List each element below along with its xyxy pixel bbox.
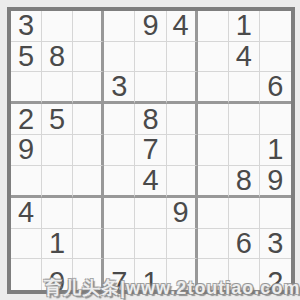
cell-r7c8[interactable] xyxy=(229,198,260,229)
cell-r8c2[interactable]: 1 xyxy=(42,229,73,260)
given-digit: 3 xyxy=(18,11,34,40)
given-digit: 4 xyxy=(142,166,158,195)
sudoku-board: 394158436258971489491639712 xyxy=(7,7,295,294)
given-digit: 3 xyxy=(267,229,283,258)
cell-r3c9[interactable]: 6 xyxy=(260,72,291,104)
cell-r8c4[interactable] xyxy=(104,229,135,260)
cell-r5c8[interactable] xyxy=(229,135,260,166)
cell-r5c1[interactable]: 9 xyxy=(11,135,42,166)
given-digit: 5 xyxy=(18,42,34,71)
cell-r7c3[interactable] xyxy=(73,198,104,229)
cell-r2c2[interactable]: 8 xyxy=(42,42,73,73)
given-digit: 4 xyxy=(18,198,34,227)
given-digit: 8 xyxy=(236,166,252,195)
cell-r4c1[interactable]: 2 xyxy=(11,104,42,135)
given-digit: 5 xyxy=(49,105,65,134)
given-digit: 8 xyxy=(49,42,65,71)
given-digit: 4 xyxy=(236,42,252,71)
cell-r8c1[interactable] xyxy=(11,229,42,260)
cell-r5c3[interactable] xyxy=(73,135,104,166)
cell-r3c5[interactable] xyxy=(135,72,166,104)
cell-r1c1[interactable]: 3 xyxy=(11,11,42,42)
given-digit: 2 xyxy=(18,105,34,134)
cell-r7c4[interactable] xyxy=(104,198,135,229)
cell-r7c1[interactable]: 4 xyxy=(11,198,42,229)
cell-r8c8[interactable]: 6 xyxy=(229,229,260,260)
cell-r2c8[interactable]: 4 xyxy=(229,42,260,73)
cell-r5c2[interactable] xyxy=(42,135,73,166)
cell-r3c8[interactable] xyxy=(229,72,260,104)
cell-r4c4[interactable] xyxy=(104,104,135,135)
cell-r3c1[interactable] xyxy=(11,72,42,104)
cell-r1c3[interactable] xyxy=(73,11,104,42)
given-digit: 9 xyxy=(173,198,189,227)
cell-r8c6[interactable] xyxy=(167,229,198,260)
cell-r2c1[interactable]: 5 xyxy=(11,42,42,73)
cell-r1c4[interactable] xyxy=(104,11,135,42)
cell-r8c5[interactable] xyxy=(135,229,166,260)
cell-r4c6[interactable] xyxy=(167,104,198,135)
given-digit: 9 xyxy=(142,11,158,40)
cell-r7c2[interactable] xyxy=(42,198,73,229)
cell-r3c6[interactable] xyxy=(167,72,198,104)
given-digit: 7 xyxy=(142,135,158,164)
cell-r4c3[interactable] xyxy=(73,104,104,135)
cell-r8c3[interactable] xyxy=(73,229,104,260)
given-digit: 1 xyxy=(236,11,252,40)
cell-r1c9[interactable] xyxy=(260,11,291,42)
cell-r3c2[interactable] xyxy=(42,72,73,104)
given-digit: 3 xyxy=(111,72,127,101)
cell-r3c3[interactable] xyxy=(73,72,104,104)
cell-r4c8[interactable] xyxy=(229,104,260,135)
given-digit: 1 xyxy=(49,229,65,258)
cell-r8c9[interactable]: 3 xyxy=(260,229,291,260)
cell-r4c2[interactable]: 5 xyxy=(42,104,73,135)
cell-r5c7[interactable] xyxy=(198,135,229,166)
cell-r6c1[interactable] xyxy=(11,166,42,198)
cell-r7c5[interactable] xyxy=(135,198,166,229)
watermark: 育儿头条|www.2toutiao.com xyxy=(44,276,300,300)
given-digit: 1 xyxy=(267,135,283,164)
cell-r3c4[interactable]: 3 xyxy=(104,72,135,104)
cell-r1c7[interactable] xyxy=(198,11,229,42)
cell-r1c5[interactable]: 9 xyxy=(135,11,166,42)
cell-r2c7[interactable] xyxy=(198,42,229,73)
cell-r4c9[interactable] xyxy=(260,104,291,135)
cell-r4c7[interactable] xyxy=(198,104,229,135)
cell-r1c2[interactable] xyxy=(42,11,73,42)
given-digit: 8 xyxy=(142,105,158,134)
cell-r8c7[interactable] xyxy=(198,229,229,260)
given-digit: 4 xyxy=(173,11,189,40)
given-digit: 6 xyxy=(236,229,252,258)
cell-r2c9[interactable] xyxy=(260,42,291,73)
cell-r5c9[interactable]: 1 xyxy=(260,135,291,166)
cell-r7c7[interactable] xyxy=(198,198,229,229)
cell-r2c3[interactable] xyxy=(73,42,104,73)
cell-r6c2[interactable] xyxy=(42,166,73,198)
cell-r5c4[interactable] xyxy=(104,135,135,166)
given-digit: 6 xyxy=(267,72,283,101)
cell-r2c5[interactable] xyxy=(135,42,166,73)
cell-r4c5[interactable]: 8 xyxy=(135,104,166,135)
cell-r3c7[interactable] xyxy=(198,72,229,104)
cell-r6c4[interactable] xyxy=(104,166,135,198)
given-digit: 9 xyxy=(18,135,34,164)
cell-r2c4[interactable] xyxy=(104,42,135,73)
cell-r5c6[interactable] xyxy=(167,135,198,166)
cell-r6c7[interactable] xyxy=(198,166,229,198)
cell-r2c6[interactable] xyxy=(167,42,198,73)
cell-r7c9[interactable] xyxy=(260,198,291,229)
cell-r7c6[interactable]: 9 xyxy=(167,198,198,229)
screenshot: 394158436258971489491639712 育儿头条|www.2to… xyxy=(0,0,300,300)
cell-r6c3[interactable] xyxy=(73,166,104,198)
cell-r9c1[interactable] xyxy=(11,259,42,290)
cell-r1c8[interactable]: 1 xyxy=(229,11,260,42)
given-digit: 9 xyxy=(267,166,283,195)
cell-r5c5[interactable]: 7 xyxy=(135,135,166,166)
cell-r6c8[interactable]: 8 xyxy=(229,166,260,198)
cell-r1c6[interactable]: 4 xyxy=(167,11,198,42)
cell-r6c6[interactable] xyxy=(167,166,198,198)
cell-r6c5[interactable]: 4 xyxy=(135,166,166,198)
cell-r6c9[interactable]: 9 xyxy=(260,166,291,198)
